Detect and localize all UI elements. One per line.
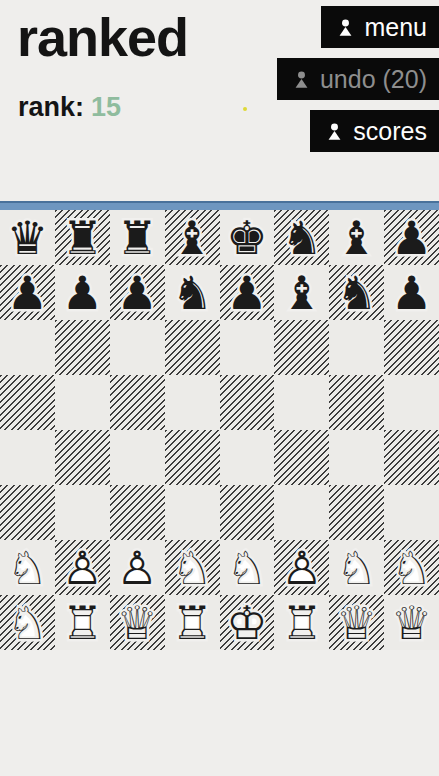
square-b6[interactable] bbox=[55, 320, 110, 375]
square-a4[interactable] bbox=[0, 430, 55, 485]
piece-white-pawn[interactable]: ♟♙ bbox=[55, 540, 110, 595]
square-b8[interactable]: ♜♜ bbox=[55, 210, 110, 265]
menu-button[interactable]: menu bbox=[321, 6, 439, 48]
square-h3[interactable] bbox=[384, 485, 439, 540]
piece-glyph: ♙ bbox=[55, 540, 110, 595]
square-f2[interactable]: ♟♙ bbox=[274, 540, 329, 595]
piece-black-pawn[interactable]: ♟♟ bbox=[384, 265, 439, 320]
piece-glyph: ♞ bbox=[165, 265, 220, 320]
square-g5[interactable] bbox=[329, 375, 384, 430]
square-d3[interactable] bbox=[165, 485, 220, 540]
rank-value: 15 bbox=[91, 92, 121, 122]
square-g3[interactable] bbox=[329, 485, 384, 540]
piece-white-rook[interactable]: ♜♖ bbox=[55, 595, 110, 650]
scores-button-label: scores bbox=[353, 117, 427, 146]
piece-glyph: ♛ bbox=[0, 210, 55, 265]
piece-glyph: ♘ bbox=[165, 540, 220, 595]
square-d4[interactable] bbox=[165, 430, 220, 485]
piece-black-king[interactable]: ♚♚ bbox=[220, 210, 275, 265]
square-b7[interactable]: ♟♟ bbox=[55, 265, 110, 320]
piece-black-knight[interactable]: ♞♞ bbox=[165, 265, 220, 320]
menu-button-label: menu bbox=[364, 13, 427, 42]
piece-black-bishop[interactable]: ♝♝ bbox=[165, 210, 220, 265]
square-d1[interactable]: ♜♖ bbox=[165, 595, 220, 650]
square-b2[interactable]: ♟♙ bbox=[55, 540, 110, 595]
piece-glyph: ♙ bbox=[110, 540, 165, 595]
piece-glyph: ♟ bbox=[110, 265, 165, 320]
piece-black-bishop[interactable]: ♝♝ bbox=[274, 265, 329, 320]
square-g6[interactable] bbox=[329, 320, 384, 375]
piece-white-knight[interactable]: ♞♘ bbox=[384, 540, 439, 595]
page-title: ranked bbox=[17, 6, 188, 68]
piece-white-pawn[interactable]: ♟♙ bbox=[274, 540, 329, 595]
square-g1[interactable]: ♛♕ bbox=[329, 595, 384, 650]
piece-black-queen[interactable]: ♛♛ bbox=[0, 210, 55, 265]
piece-white-queen[interactable]: ♛♕ bbox=[110, 595, 165, 650]
square-a6[interactable] bbox=[0, 320, 55, 375]
piece-glyph: ♟ bbox=[55, 265, 110, 320]
square-c1[interactable]: ♛♕ bbox=[110, 595, 165, 650]
square-c3[interactable] bbox=[110, 485, 165, 540]
square-c8[interactable]: ♜♜ bbox=[110, 210, 165, 265]
square-e3[interactable] bbox=[220, 485, 275, 540]
piece-glyph: ♟ bbox=[384, 265, 439, 320]
square-b3[interactable] bbox=[55, 485, 110, 540]
piece-black-pawn[interactable]: ♟♟ bbox=[0, 265, 55, 320]
piece-glyph: ♝ bbox=[274, 265, 329, 320]
piece-black-knight[interactable]: ♞♞ bbox=[274, 210, 329, 265]
square-g8[interactable]: ♝♝ bbox=[329, 210, 384, 265]
piece-black-pawn[interactable]: ♟♟ bbox=[55, 265, 110, 320]
piece-white-knight[interactable]: ♞♘ bbox=[0, 540, 55, 595]
square-h7[interactable]: ♟♟ bbox=[384, 265, 439, 320]
piece-glyph: ♙ bbox=[274, 540, 329, 595]
chess-board[interactable]: ♛♛♜♜♜♜♝♝♚♚♞♞♝♝♟♟♟♟♟♟♟♟♞♞♟♟♝♝♞♞♟♟♞♘♟♙♟♙♞♘… bbox=[0, 210, 439, 650]
piece-glyph: ♖ bbox=[55, 595, 110, 650]
piece-black-bishop[interactable]: ♝♝ bbox=[329, 210, 384, 265]
piece-glyph: ♘ bbox=[0, 540, 55, 595]
piece-white-queen[interactable]: ♛♕ bbox=[384, 595, 439, 650]
piece-glyph: ♕ bbox=[110, 595, 165, 650]
piece-black-rook[interactable]: ♜♜ bbox=[110, 210, 165, 265]
square-h2[interactable]: ♞♘ bbox=[384, 540, 439, 595]
square-d6[interactable] bbox=[165, 320, 220, 375]
undo-button[interactable]: undo (20) bbox=[277, 58, 439, 100]
square-e4[interactable] bbox=[220, 430, 275, 485]
person-icon bbox=[336, 18, 355, 37]
square-a7[interactable]: ♟♟ bbox=[0, 265, 55, 320]
piece-white-queen[interactable]: ♛♕ bbox=[329, 595, 384, 650]
piece-glyph: ♘ bbox=[0, 595, 55, 650]
piece-black-pawn[interactable]: ♟♟ bbox=[384, 210, 439, 265]
square-c4[interactable] bbox=[110, 430, 165, 485]
square-f5[interactable] bbox=[274, 375, 329, 430]
square-d8[interactable]: ♝♝ bbox=[165, 210, 220, 265]
undo-button-label: undo (20) bbox=[320, 65, 427, 94]
square-c7[interactable]: ♟♟ bbox=[110, 265, 165, 320]
piece-glyph: ♞ bbox=[329, 265, 384, 320]
piece-white-pawn[interactable]: ♟♙ bbox=[110, 540, 165, 595]
person-icon bbox=[292, 70, 311, 89]
square-c5[interactable] bbox=[110, 375, 165, 430]
square-d7[interactable]: ♞♞ bbox=[165, 265, 220, 320]
square-h4[interactable] bbox=[384, 430, 439, 485]
square-g7[interactable]: ♞♞ bbox=[329, 265, 384, 320]
piece-glyph: ♟ bbox=[220, 265, 275, 320]
piece-glyph: ♜ bbox=[110, 210, 165, 265]
piece-glyph: ♜ bbox=[55, 210, 110, 265]
square-b4[interactable] bbox=[55, 430, 110, 485]
board-top-divider bbox=[0, 201, 439, 210]
square-a1[interactable]: ♞♘ bbox=[0, 595, 55, 650]
piece-glyph: ♘ bbox=[220, 540, 275, 595]
piece-glyph: ♕ bbox=[384, 595, 439, 650]
piece-glyph: ♞ bbox=[274, 210, 329, 265]
square-e5[interactable] bbox=[220, 375, 275, 430]
yellow-dot bbox=[243, 107, 247, 111]
piece-glyph: ♝ bbox=[165, 210, 220, 265]
piece-glyph: ♖ bbox=[165, 595, 220, 650]
square-c2[interactable]: ♟♙ bbox=[110, 540, 165, 595]
piece-white-king[interactable]: ♚♔ bbox=[220, 595, 275, 650]
square-h8[interactable]: ♟♟ bbox=[384, 210, 439, 265]
square-a2[interactable]: ♞♘ bbox=[0, 540, 55, 595]
piece-black-pawn[interactable]: ♟♟ bbox=[110, 265, 165, 320]
square-a3[interactable] bbox=[0, 485, 55, 540]
square-e7[interactable]: ♟♟ bbox=[220, 265, 275, 320]
square-f3[interactable] bbox=[274, 485, 329, 540]
square-c6[interactable] bbox=[110, 320, 165, 375]
rank-label: rank: bbox=[18, 92, 84, 122]
square-f8[interactable]: ♞♞ bbox=[274, 210, 329, 265]
piece-white-knight[interactable]: ♞♘ bbox=[165, 540, 220, 595]
piece-glyph: ♕ bbox=[329, 595, 384, 650]
rank-line: rank:15 bbox=[18, 92, 121, 123]
square-f7[interactable]: ♝♝ bbox=[274, 265, 329, 320]
piece-glyph: ♟ bbox=[0, 265, 55, 320]
piece-glyph: ♘ bbox=[329, 540, 384, 595]
piece-glyph: ♝ bbox=[329, 210, 384, 265]
square-a5[interactable] bbox=[0, 375, 55, 430]
square-a8[interactable]: ♛♛ bbox=[0, 210, 55, 265]
square-h1[interactable]: ♛♕ bbox=[384, 595, 439, 650]
piece-white-knight[interactable]: ♞♘ bbox=[220, 540, 275, 595]
square-b5[interactable] bbox=[55, 375, 110, 430]
square-f1[interactable]: ♜♖ bbox=[274, 595, 329, 650]
square-f4[interactable] bbox=[274, 430, 329, 485]
square-b1[interactable]: ♜♖ bbox=[55, 595, 110, 650]
square-e8[interactable]: ♚♚ bbox=[220, 210, 275, 265]
piece-white-rook[interactable]: ♜♖ bbox=[165, 595, 220, 650]
square-e1[interactable]: ♚♔ bbox=[220, 595, 275, 650]
piece-glyph: ♔ bbox=[220, 595, 275, 650]
piece-white-knight[interactable]: ♞♘ bbox=[0, 595, 55, 650]
piece-white-knight[interactable]: ♞♘ bbox=[329, 540, 384, 595]
piece-glyph: ♚ bbox=[220, 210, 275, 265]
square-g2[interactable]: ♞♘ bbox=[329, 540, 384, 595]
piece-white-rook[interactable]: ♜♖ bbox=[274, 595, 329, 650]
square-d5[interactable] bbox=[165, 375, 220, 430]
piece-glyph: ♟ bbox=[384, 210, 439, 265]
person-icon bbox=[325, 122, 344, 141]
piece-black-knight[interactable]: ♞♞ bbox=[329, 265, 384, 320]
square-f6[interactable] bbox=[274, 320, 329, 375]
app-screen: ranked rank:15 menu undo (20) scores ♛♛♜… bbox=[0, 0, 439, 776]
piece-black-rook[interactable]: ♜♜ bbox=[55, 210, 110, 265]
piece-black-pawn[interactable]: ♟♟ bbox=[220, 265, 275, 320]
square-g4[interactable] bbox=[329, 430, 384, 485]
square-h5[interactable] bbox=[384, 375, 439, 430]
square-h6[interactable] bbox=[384, 320, 439, 375]
piece-glyph: ♖ bbox=[274, 595, 329, 650]
square-d2[interactable]: ♞♘ bbox=[165, 540, 220, 595]
piece-glyph: ♘ bbox=[384, 540, 439, 595]
scores-button[interactable]: scores bbox=[310, 110, 439, 152]
square-e6[interactable] bbox=[220, 320, 275, 375]
square-e2[interactable]: ♞♘ bbox=[220, 540, 275, 595]
